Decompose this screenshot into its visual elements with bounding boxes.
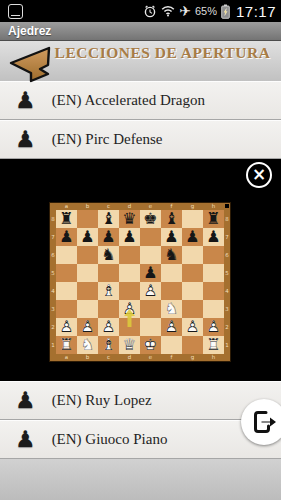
list-item-giuoco-piano[interactable]: ♟ (EN) Giuoco Piano — [0, 420, 281, 459]
square-f1[interactable] — [161, 336, 182, 354]
square-f6[interactable]: ♞ — [161, 246, 182, 264]
square-c8[interactable]: ♝ — [98, 210, 119, 228]
close-button[interactable]: × — [246, 162, 272, 188]
white-bishop: ♝♗ — [98, 282, 119, 300]
square-g7[interactable]: ♟ — [182, 228, 203, 246]
file-labels-top: abcdefgh — [56, 203, 224, 210]
square-e6[interactable] — [140, 246, 161, 264]
square-h1[interactable]: ♜♖ — [203, 336, 224, 354]
coord-label: d — [119, 354, 140, 361]
square-a2[interactable]: ♟♙ — [56, 318, 77, 336]
square-c4[interactable]: ♝♗ — [98, 282, 119, 300]
square-g4[interactable] — [182, 282, 203, 300]
square-g1[interactable] — [182, 336, 203, 354]
white-pawn: ♟♙ — [98, 318, 119, 336]
square-h6[interactable] — [203, 246, 224, 264]
square-e8[interactable]: ♚ — [140, 210, 161, 228]
coord-label: 5 — [224, 264, 230, 282]
square-c2[interactable]: ♟♙ — [98, 318, 119, 336]
square-h3[interactable] — [203, 300, 224, 318]
coord-label: b — [77, 203, 98, 210]
black-pawn: ♟ — [140, 264, 161, 282]
list-item-label: (EN) Accelerated Dragon — [52, 92, 205, 109]
square-f2[interactable]: ♟♙ — [161, 318, 182, 336]
notification-icon — [8, 4, 23, 19]
black-pawn: ♟ — [161, 228, 182, 246]
coord-label: b — [77, 354, 98, 361]
coord-label: 3 — [224, 300, 230, 318]
black-queen: ♛ — [119, 210, 140, 228]
white-pawn: ♟♙ — [182, 318, 203, 336]
black-pawn-icon: ♟ — [15, 389, 36, 412]
square-c1[interactable]: ♝♗ — [98, 336, 119, 354]
black-pawn-icon: ♟ — [15, 428, 36, 451]
coord-label: 7 — [224, 228, 230, 246]
white-pawn: ♟♙ — [203, 318, 224, 336]
square-g2[interactable]: ♟♙ — [182, 318, 203, 336]
share-button[interactable] — [241, 399, 281, 445]
app-title: Ajedrez — [8, 24, 51, 38]
square-e4[interactable]: ♟♙ — [140, 282, 161, 300]
file-labels-bottom: abcdefgh — [56, 354, 224, 361]
close-icon: × — [252, 164, 266, 184]
square-f4[interactable] — [161, 282, 182, 300]
app-title-bar: Ajedrez — [0, 22, 281, 41]
square-d6[interactable] — [119, 246, 140, 264]
alarm-clock-icon — [143, 4, 157, 18]
list-item-label: (EN) Giuoco Piano — [52, 431, 168, 448]
square-e7[interactable] — [140, 228, 161, 246]
coord-label: h — [203, 354, 224, 361]
black-pawn-icon: ♟ — [15, 128, 36, 151]
square-h8[interactable]: ♜ — [203, 210, 224, 228]
square-e2[interactable] — [140, 318, 161, 336]
square-d4[interactable] — [119, 282, 140, 300]
board-squares: ♜♝♛♚♝♜♟♟♟♟♟♟♟♞♞♟♝♗♟♙♟♙♞♘♟♙♟♙♟♙♟♙♟♙♟♙♜♖♞♘… — [56, 210, 224, 354]
airplane-mode-icon: ✈ — [179, 4, 191, 18]
square-f5[interactable] — [161, 264, 182, 282]
square-d7[interactable]: ♟ — [119, 228, 140, 246]
black-knight: ♞ — [98, 246, 119, 264]
black-rook: ♜ — [203, 210, 224, 228]
background-area — [0, 459, 281, 500]
square-d2[interactable] — [119, 318, 140, 336]
square-b8[interactable] — [77, 210, 98, 228]
back-arrow-icon — [11, 48, 49, 81]
white-queen: ♛♕ — [119, 336, 140, 354]
coord-label: 1 — [224, 336, 230, 354]
square-h5[interactable] — [203, 264, 224, 282]
list-item-pirc-defense[interactable]: ♟ (EN) Pirc Defense — [0, 120, 281, 159]
rank-labels-right: 87654321 — [224, 210, 230, 354]
square-a8[interactable]: ♜ — [56, 210, 77, 228]
square-b1[interactable]: ♞♘ — [77, 336, 98, 354]
list-item-label: (EN) Ruy Lopez — [52, 392, 152, 409]
square-h2[interactable]: ♟♙ — [203, 318, 224, 336]
square-b5[interactable] — [77, 264, 98, 282]
black-bishop: ♝ — [98, 210, 119, 228]
square-c3[interactable] — [98, 300, 119, 318]
black-king: ♚ — [140, 210, 161, 228]
square-h4[interactable] — [203, 282, 224, 300]
white-knight: ♞♘ — [161, 300, 182, 318]
square-f7[interactable]: ♟ — [161, 228, 182, 246]
square-a6[interactable] — [56, 246, 77, 264]
square-a1[interactable]: ♜♖ — [56, 336, 77, 354]
square-g5[interactable] — [182, 264, 203, 282]
wifi-icon — [161, 5, 175, 17]
square-c6[interactable]: ♞ — [98, 246, 119, 264]
square-d5[interactable] — [119, 264, 140, 282]
black-to-move-marker — [225, 204, 229, 208]
black-pawn: ♟ — [203, 228, 224, 246]
square-e5[interactable]: ♟ — [140, 264, 161, 282]
black-bishop: ♝ — [161, 210, 182, 228]
coord-label: 2 — [224, 318, 230, 336]
coord-label: 8 — [224, 210, 230, 228]
status-time: 17:17 — [236, 3, 276, 20]
square-b7[interactable]: ♟ — [77, 228, 98, 246]
square-a3[interactable] — [56, 300, 77, 318]
white-pawn: ♟♙ — [140, 282, 161, 300]
list-item-ruy-lopez[interactable]: ♟ (EN) Ruy Lopez — [0, 381, 281, 420]
square-h7[interactable]: ♟ — [203, 228, 224, 246]
battery-charging-icon — [221, 4, 230, 19]
square-d1[interactable]: ♛♕ — [119, 336, 140, 354]
white-rook: ♜♖ — [203, 336, 224, 354]
square-d3[interactable]: ♟♙ — [119, 300, 140, 318]
square-f8[interactable]: ♝ — [161, 210, 182, 228]
app-screen: ✈ 65% 17:17 Ajedrez LECCIONES DE APERTUR… — [0, 0, 281, 500]
coord-label: e — [140, 354, 161, 361]
black-pawn-icon: ♟ — [15, 89, 36, 112]
share-export-icon — [251, 409, 277, 435]
square-b3[interactable] — [77, 300, 98, 318]
square-b6[interactable] — [77, 246, 98, 264]
white-rook: ♜♖ — [56, 336, 77, 354]
list-item-accelerated-dragon[interactable]: ♟ (EN) Accelerated Dragon — [0, 81, 281, 120]
coord-label: 6 — [224, 246, 230, 264]
square-a4[interactable] — [56, 282, 77, 300]
square-c7[interactable]: ♟ — [98, 228, 119, 246]
white-pawn: ♟♙ — [77, 318, 98, 336]
battery-percent: 65% — [195, 5, 217, 17]
white-bishop: ♝♗ — [98, 336, 119, 354]
square-g8[interactable] — [182, 210, 203, 228]
coord-label: 4 — [224, 282, 230, 300]
square-g6[interactable] — [182, 246, 203, 264]
status-bar: ✈ 65% 17:17 — [0, 0, 281, 22]
coord-label: a — [56, 354, 77, 361]
square-c5[interactable] — [98, 264, 119, 282]
white-pawn: ♟♙ — [119, 300, 140, 318]
white-pawn: ♟♙ — [56, 318, 77, 336]
white-king: ♚♔ — [140, 336, 161, 354]
coord-label: f — [161, 354, 182, 361]
coord-label: g — [182, 354, 203, 361]
coord-label: g — [182, 203, 203, 210]
white-knight: ♞♘ — [77, 336, 98, 354]
square-g3[interactable] — [182, 300, 203, 318]
square-a7[interactable]: ♟ — [56, 228, 77, 246]
page-title: LECCIONES DE APERTURA — [46, 44, 279, 62]
square-b2[interactable]: ♟♙ — [77, 318, 98, 336]
list-item-label: (EN) Pirc Defense — [52, 131, 163, 148]
square-f3[interactable]: ♞♘ — [161, 300, 182, 318]
square-b4[interactable] — [77, 282, 98, 300]
black-pawn: ♟ — [98, 228, 119, 246]
square-e3[interactable] — [140, 300, 161, 318]
black-pawn: ♟ — [119, 228, 140, 246]
square-d8[interactable]: ♛ — [119, 210, 140, 228]
black-pawn: ♟ — [77, 228, 98, 246]
black-pawn: ♟ — [182, 228, 203, 246]
white-pawn: ♟♙ — [161, 318, 182, 336]
board-overlay: × abcdefgh abcdefgh 87654321 87654321 ♜♝… — [0, 159, 281, 381]
square-a5[interactable] — [56, 264, 77, 282]
coord-label: c — [98, 354, 119, 361]
black-rook: ♜ — [56, 210, 77, 228]
black-pawn: ♟ — [56, 228, 77, 246]
chess-board[interactable]: abcdefgh abcdefgh 87654321 87654321 ♜♝♛♚… — [50, 203, 230, 361]
square-e1[interactable]: ♚♔ — [140, 336, 161, 354]
back-button[interactable] — [4, 42, 54, 84]
black-knight: ♞ — [161, 246, 182, 264]
